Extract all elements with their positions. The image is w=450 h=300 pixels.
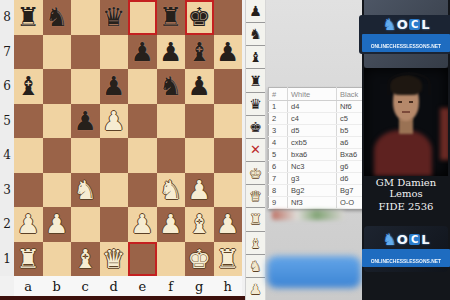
square-b2[interactable]: ♟ [43, 207, 72, 242]
square-d6[interactable]: ♟ [100, 69, 129, 104]
square-b4[interactable] [43, 138, 72, 173]
piece-wr-h1[interactable]: ♜ [216, 246, 239, 272]
square-a3[interactable] [14, 173, 43, 208]
file-label-a: a [14, 276, 43, 297]
move-cell[interactable]: Nc3 [288, 161, 337, 173]
rank-labels: 87654321 [0, 0, 14, 276]
file-label-e: e [128, 276, 157, 297]
palette-white-bishop[interactable]: ♝ [246, 232, 265, 254]
square-c8[interactable] [71, 0, 100, 35]
square-e8[interactable] [128, 0, 157, 35]
piece-bb-a6[interactable]: ♝ [17, 73, 40, 99]
file-label-f: f [157, 276, 186, 297]
move-cell[interactable]: g3 [288, 173, 337, 185]
piece-bn-b8[interactable]: ♞ [45, 4, 68, 30]
move-cell[interactable]: c4 [288, 113, 337, 125]
square-g8[interactable]: ♚ [185, 0, 214, 35]
piece-wb-c1[interactable]: ♝ [74, 246, 97, 272]
piece-bn-f6[interactable]: ♞ [159, 73, 182, 99]
rank-label-7: 7 [0, 35, 14, 70]
square-b6[interactable] [43, 69, 72, 104]
square-c3[interactable]: ♞ [71, 173, 100, 208]
square-h1[interactable]: ♜ [214, 242, 243, 277]
square-g2[interactable]: ♝ [185, 207, 214, 242]
square-h3[interactable] [214, 173, 243, 208]
logo-letter-l: L [421, 232, 429, 247]
move-cell[interactable]: 4 [269, 137, 288, 149]
blurred-toolbar [272, 210, 344, 220]
move-cell[interactable]: 3 [269, 125, 288, 137]
move-cell[interactable]: cxb5 [288, 137, 337, 149]
rank-label-5: 5 [0, 104, 14, 139]
logo-letter-l: L [421, 17, 429, 32]
square-g4[interactable] [185, 138, 214, 173]
square-f8[interactable]: ♜ [157, 0, 186, 35]
logo-letter-c: C [409, 234, 420, 245]
palette-white-pawn[interactable]: ♟ [246, 278, 265, 300]
square-d7[interactable] [100, 35, 129, 70]
board-pane: 87654321 ♜♞♛♜♚♟♟♝♟♝♟♞♟♟♟♞♞♟♟♟♟♟♝♟♜♝♛♚♜ a… [0, 0, 245, 300]
app-window: 87654321 ♜♞♛♜♚♟♟♝♟♝♟♞♟♟♟♞♞♟♟♟♟♟♝♟♜♝♛♚♜ a… [0, 0, 450, 300]
video-pane: ♞ O C L ONLINECHESSLESSONS.NET GM D [362, 0, 450, 300]
logo-site-bar: ONLINECHESSLESSONS.NET [362, 249, 450, 267]
rank-label-8: 8 [0, 0, 14, 35]
palette-black-rook[interactable]: ♜ [246, 69, 265, 91]
square-c7[interactable] [71, 35, 100, 70]
square-e7[interactable]: ♟ [128, 35, 157, 70]
square-d3[interactable] [100, 173, 129, 208]
file-labels: abcdefgh [14, 276, 242, 297]
palette-white-rook[interactable]: ♜ [246, 208, 265, 230]
piece-bb-g7[interactable]: ♝ [188, 39, 211, 65]
piece-palette[interactable]: ♟♞♝♜♛♚✕♚♛♜♝♞♟ [245, 0, 265, 300]
square-e2[interactable]: ♟ [128, 207, 157, 242]
piece-wp-e2[interactable]: ♟ [131, 211, 154, 237]
rank-label-1: 1 [0, 242, 14, 277]
square-g1[interactable]: ♚ [185, 242, 214, 277]
eye-right [409, 101, 413, 103]
square-f5[interactable] [157, 104, 186, 139]
webcam-video [364, 68, 448, 176]
square-h8[interactable] [214, 0, 243, 35]
square-d4[interactable] [100, 138, 129, 173]
rank-label-6: 6 [0, 69, 14, 104]
square-c5[interactable]: ♟ [71, 104, 100, 139]
move-cell[interactable]: 7 [269, 173, 288, 185]
square-e4[interactable] [128, 138, 157, 173]
chess-board[interactable]: ♜♞♛♜♚♟♟♝♟♝♟♞♟♟♟♞♞♟♟♟♟♟♝♟♜♝♛♚♜ [14, 0, 242, 276]
piece-bp-d6[interactable]: ♟ [102, 73, 125, 99]
palette-black-queen[interactable]: ♛ [246, 93, 265, 115]
square-a8[interactable]: ♜ [14, 0, 43, 35]
logo-site-bar: ONLINECHESSLESSONS.NET [362, 34, 450, 52]
palette-black-bishop[interactable]: ♝ [246, 46, 265, 68]
rank-label-3: 3 [0, 173, 14, 208]
square-c4[interactable] [71, 138, 100, 173]
piece-bp-g6[interactable]: ♟ [188, 73, 211, 99]
square-g7[interactable]: ♝ [185, 35, 214, 70]
square-d2[interactable] [100, 207, 129, 242]
square-a1[interactable]: ♜ [14, 242, 43, 277]
square-a2[interactable]: ♟ [14, 207, 43, 242]
piece-wp-h2[interactable]: ♟ [216, 211, 239, 237]
piece-wp-b2[interactable]: ♟ [45, 211, 68, 237]
logo-letter-o: O [397, 17, 408, 32]
presenter-name: GM Damien Lemos [362, 177, 450, 199]
move-col-header-white: White [288, 88, 337, 101]
move-cell[interactable]: 5 [269, 149, 288, 161]
square-h4[interactable] [214, 138, 243, 173]
palette-white-knight[interactable]: ♞ [246, 255, 265, 277]
file-label-d: d [100, 276, 129, 297]
square-h7[interactable]: ♟ [214, 35, 243, 70]
palette-white-king[interactable]: ♚ [246, 162, 265, 184]
move-cell[interactable]: 6 [269, 161, 288, 173]
notation-pane: #WhiteBlack 1d4Nf62c4c53d5b54cxb5a65bxa6… [266, 0, 362, 300]
palette-black-knight[interactable]: ♞ [246, 23, 265, 45]
square-h5[interactable] [214, 104, 243, 139]
square-f3[interactable]: ♞ [157, 173, 186, 208]
piece-wp-a2[interactable]: ♟ [17, 211, 40, 237]
piece-wr-a1[interactable]: ♜ [17, 246, 40, 272]
square-a4[interactable] [14, 138, 43, 173]
piece-wp-g3[interactable]: ♟ [188, 177, 211, 203]
square-b8[interactable]: ♞ [43, 0, 72, 35]
logo-letter-c: C [409, 19, 420, 30]
palette-white-queen[interactable]: ♛ [246, 185, 265, 207]
piece-wp-d5[interactable]: ♟ [102, 108, 125, 134]
piece-bq-d8[interactable]: ♛ [102, 4, 125, 30]
move-cell[interactable]: bxa6 [288, 149, 337, 161]
square-a5[interactable] [14, 104, 43, 139]
piece-bp-h7[interactable]: ♟ [216, 39, 239, 65]
move-cell[interactable]: d4 [288, 101, 337, 113]
bottom-edge-strip [0, 296, 245, 300]
file-label-g: g [185, 276, 214, 297]
rank-label-4: 4 [0, 138, 14, 173]
presenter-caption: GM Damien Lemos FIDE 2536 [362, 177, 450, 212]
ocl-logo-bottom: ♞ O C L ONLINECHESSLESSONS.NET [364, 226, 448, 272]
square-b7[interactable] [43, 35, 72, 70]
square-c1[interactable]: ♝ [71, 242, 100, 277]
move-cell[interactable]: d5 [288, 125, 337, 137]
piece-wq-d1[interactable]: ♛ [102, 246, 125, 272]
square-a6[interactable]: ♝ [14, 69, 43, 104]
piece-wb-g2[interactable]: ♝ [188, 211, 211, 237]
piece-wn-c3[interactable]: ♞ [74, 177, 97, 203]
blurred-blue-banner [267, 256, 361, 288]
square-e1[interactable] [128, 242, 157, 277]
palette-delete-cross-icon[interactable]: ✕ [246, 139, 265, 161]
piece-bp-e7[interactable]: ♟ [131, 39, 154, 65]
presenter-shirt [374, 130, 432, 176]
move-cell[interactable]: Bg2 [288, 185, 337, 197]
file-label-h: h [214, 276, 243, 297]
rank-label-2: 2 [0, 207, 14, 242]
square-b3[interactable] [43, 173, 72, 208]
square-h6[interactable] [214, 69, 243, 104]
square-b5[interactable] [43, 104, 72, 139]
palette-black-king[interactable]: ♚ [246, 116, 265, 138]
square-e6[interactable] [128, 69, 157, 104]
piece-wn-f3[interactable]: ♞ [159, 177, 182, 203]
logo-letter-o: O [397, 232, 408, 247]
move-cell[interactable]: 1 [269, 101, 288, 113]
move-cell[interactable]: 8 [269, 185, 288, 197]
square-f2[interactable]: ♟ [157, 207, 186, 242]
square-c6[interactable] [71, 69, 100, 104]
move-cell[interactable]: 9 [269, 197, 288, 209]
move-cell[interactable]: Nf3 [288, 197, 337, 209]
square-f1[interactable] [157, 242, 186, 277]
square-f4[interactable] [157, 138, 186, 173]
chair-shape [440, 108, 448, 160]
square-d1[interactable]: ♛ [100, 242, 129, 277]
knight-logo-icon: ♞ [382, 17, 396, 33]
palette-black-pawn[interactable]: ♟ [246, 0, 265, 22]
mouth [402, 111, 410, 113]
presenter-rating: FIDE 2536 [362, 201, 450, 212]
piece-bk-g8[interactable]: ♚ [188, 4, 211, 30]
move-col-header-num: # [269, 88, 288, 101]
square-g5[interactable] [185, 104, 214, 139]
square-f6[interactable]: ♞ [157, 69, 186, 104]
file-label-c: c [71, 276, 100, 297]
square-d5[interactable]: ♟ [100, 104, 129, 139]
square-d8[interactable]: ♛ [100, 0, 129, 35]
square-a7[interactable] [14, 35, 43, 70]
eye-left [398, 101, 402, 103]
square-g3[interactable]: ♟ [185, 173, 214, 208]
piece-br-a8[interactable]: ♜ [17, 4, 40, 30]
square-h2[interactable]: ♟ [214, 207, 243, 242]
file-label-b: b [43, 276, 72, 297]
piece-wp-f2[interactable]: ♟ [159, 211, 182, 237]
move-cell[interactable]: 2 [269, 113, 288, 125]
square-e5[interactable] [128, 104, 157, 139]
piece-bp-f7[interactable]: ♟ [159, 39, 182, 65]
square-c2[interactable] [71, 207, 100, 242]
square-g6[interactable]: ♟ [185, 69, 214, 104]
ocl-logo-top: ♞ O C L ONLINECHESSLESSONS.NET [364, 0, 448, 68]
square-f7[interactable]: ♟ [157, 35, 186, 70]
piece-wk-g1[interactable]: ♚ [188, 246, 211, 272]
square-b1[interactable] [43, 242, 72, 277]
piece-bp-c5[interactable]: ♟ [74, 108, 97, 134]
square-e3[interactable] [128, 173, 157, 208]
piece-br-f8[interactable]: ♜ [159, 4, 182, 30]
knight-logo-icon: ♞ [382, 232, 396, 248]
headphones-icon [387, 72, 431, 95]
